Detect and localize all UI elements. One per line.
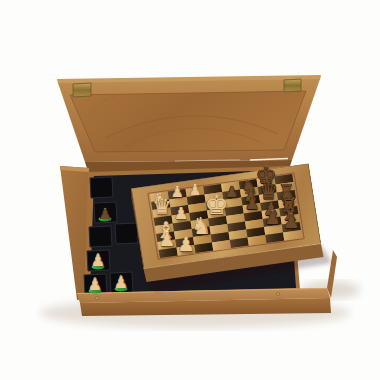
board-edges (0, 0, 380, 380)
product-photo-chess-set: ♟♟♟♟ ♟♟♞♛♚♟♝♞♟♟♚♞♝♟♛♟♜♟♞♟♜♟♝♟ (0, 0, 380, 380)
board-front-face (144, 244, 324, 283)
